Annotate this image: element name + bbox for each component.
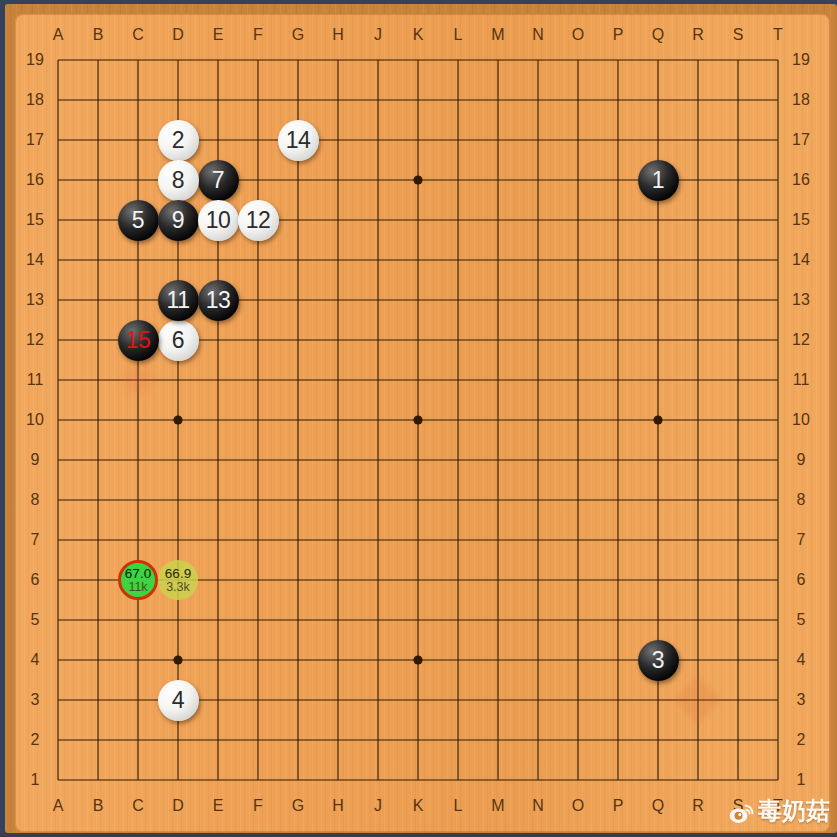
analysis-hint-d6[interactable]: 66.93.3k (158, 560, 198, 600)
window-bottom-edge (0, 833, 837, 837)
coord-top-D: D (172, 27, 184, 43)
coord-right-6: 6 (797, 572, 806, 588)
coord-right-2: 2 (797, 732, 806, 748)
stone-white-e15: 10 (198, 200, 239, 241)
coord-left-3: 3 (31, 692, 40, 708)
move-number-8: 8 (172, 167, 184, 194)
coord-bottom-H: H (332, 798, 344, 814)
coord-top-F: F (253, 27, 263, 43)
stone-black-d15: 9 (158, 200, 199, 241)
stone-black-q4: 3 (638, 640, 679, 681)
faded-mark-c11 (117, 359, 159, 401)
coord-left-16: 16 (26, 172, 44, 188)
coord-right-17: 17 (792, 132, 810, 148)
move-number-9: 9 (172, 207, 184, 234)
stone-black-c12: 15 (118, 320, 159, 361)
coord-top-L: L (454, 27, 463, 43)
move-number-7: 7 (212, 167, 224, 194)
coord-right-8: 8 (797, 492, 806, 508)
move-number-6: 6 (172, 327, 184, 354)
coord-top-E: E (213, 27, 224, 43)
coord-right-13: 13 (792, 292, 810, 308)
coord-bottom-P: P (613, 798, 624, 814)
coord-left-14: 14 (26, 252, 44, 268)
weibo-icon (728, 798, 755, 825)
coord-top-R: R (692, 27, 704, 43)
stone-white-d12: 6 (158, 320, 199, 361)
coord-left-7: 7 (31, 532, 40, 548)
coord-left-13: 13 (26, 292, 44, 308)
coord-right-10: 10 (792, 412, 810, 428)
coord-top-A: A (53, 27, 64, 43)
coord-left-1: 1 (31, 772, 40, 788)
coord-top-Q: Q (652, 27, 664, 43)
coord-right-11: 11 (793, 372, 810, 388)
coord-left-17: 17 (26, 132, 44, 148)
coord-bottom-D: D (172, 798, 184, 814)
coord-left-18: 18 (26, 92, 44, 108)
coord-bottom-R: R (692, 798, 704, 814)
coord-right-3: 3 (797, 692, 806, 708)
coord-top-J: J (374, 27, 382, 43)
coord-right-18: 18 (792, 92, 810, 108)
coord-left-9: 9 (31, 452, 40, 468)
stone-white-f15: 12 (238, 200, 279, 241)
coord-top-C: C (132, 27, 144, 43)
coord-top-N: N (532, 27, 544, 43)
watermark-text: 毒奶菇 (758, 795, 830, 827)
move-number-15: 15 (126, 327, 151, 354)
coord-top-O: O (572, 27, 584, 43)
stone-white-d3: 4 (158, 680, 199, 721)
analysis-hint-c6[interactable]: 67.011k (118, 560, 158, 600)
coord-top-T: T (773, 27, 783, 43)
coord-bottom-E: E (213, 798, 224, 814)
coord-left-8: 8 (31, 492, 40, 508)
coord-bottom-F: F (253, 798, 263, 814)
coord-right-9: 9 (797, 452, 806, 468)
coord-bottom-L: L (454, 798, 463, 814)
move-number-11: 11 (167, 287, 190, 314)
coord-right-19: 19 (792, 52, 810, 68)
stone-black-e16: 7 (198, 160, 239, 201)
coord-right-5: 5 (797, 612, 806, 628)
move-number-10: 10 (206, 207, 231, 234)
coord-left-11: 11 (27, 372, 44, 388)
coord-bottom-J: J (374, 798, 382, 814)
coord-top-H: H (332, 27, 344, 43)
coord-bottom-M: M (491, 798, 504, 814)
coord-left-15: 15 (26, 212, 44, 228)
stone-black-d13: 11 (158, 280, 199, 321)
coord-top-B: B (93, 27, 104, 43)
coord-right-16: 16 (792, 172, 810, 188)
coord-left-10: 10 (26, 412, 44, 428)
move-number-5: 5 (132, 207, 144, 234)
move-number-4: 4 (172, 687, 184, 714)
coord-right-15: 15 (792, 212, 810, 228)
move-number-14: 14 (286, 127, 311, 154)
watermark: 毒奶菇 (728, 795, 830, 827)
coord-left-12: 12 (26, 332, 44, 348)
hint-visits: 11k (128, 581, 147, 594)
coord-bottom-B: B (93, 798, 104, 814)
coord-top-S: S (733, 27, 744, 43)
stone-black-q16: 1 (638, 160, 679, 201)
coord-top-G: G (292, 27, 304, 43)
coord-bottom-O: O (572, 798, 584, 814)
coord-left-6: 6 (31, 572, 40, 588)
move-number-1: 1 (652, 167, 664, 194)
stone-black-e13: 13 (198, 280, 239, 321)
move-number-13: 13 (206, 287, 231, 314)
coord-bottom-C: C (132, 798, 144, 814)
stone-white-d17: 2 (158, 120, 199, 161)
coord-right-1: 1 (797, 772, 806, 788)
stone-black-c15: 5 (118, 200, 159, 241)
move-number-12: 12 (246, 207, 271, 234)
coord-bottom-A: A (53, 798, 64, 814)
coord-bottom-K: K (413, 798, 424, 814)
hint-visits: 3.3k (166, 581, 190, 594)
coord-top-P: P (613, 27, 624, 43)
stone-white-d16: 8 (158, 160, 199, 201)
coord-right-7: 7 (797, 532, 806, 548)
hint-winrate: 67.0 (125, 567, 151, 581)
coord-top-M: M (491, 27, 504, 43)
coord-bottom-Q: Q (652, 798, 664, 814)
go-app-stage: AABBCCDDEEFFGGHHJJKKLLMMNNOOPPQQRRSSTT19… (0, 0, 837, 837)
coord-left-5: 5 (31, 612, 40, 628)
coord-bottom-G: G (292, 798, 304, 814)
move-number-2: 2 (172, 127, 184, 154)
coord-bottom-N: N (532, 798, 544, 814)
move-number-3: 3 (652, 647, 664, 674)
coord-right-14: 14 (792, 252, 810, 268)
coord-left-4: 4 (31, 652, 40, 668)
coord-top-K: K (413, 27, 424, 43)
coord-left-19: 19 (26, 52, 44, 68)
coord-left-2: 2 (31, 732, 40, 748)
coord-right-12: 12 (792, 332, 810, 348)
stone-white-g17: 14 (278, 120, 319, 161)
coord-right-4: 4 (797, 652, 806, 668)
hint-winrate: 66.9 (165, 567, 191, 581)
